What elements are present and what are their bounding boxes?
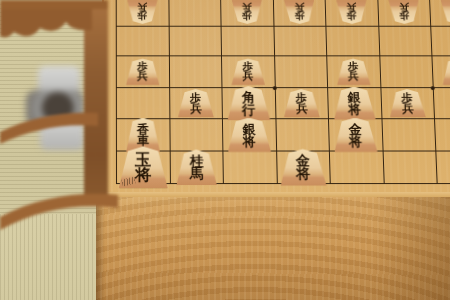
square-3h[interactable]	[435, 119, 450, 151]
sente-pawn[interactable]: 歩兵	[178, 89, 214, 117]
square-5i[interactable]	[330, 152, 384, 185]
piece-kanji: 歩兵	[137, 62, 148, 81]
square-7f[interactable]: 歩兵	[222, 56, 275, 88]
chair-rails	[0, 0, 120, 300]
gote-pawn[interactable]: 歩兵	[127, 0, 157, 24]
square-8g[interactable]: 歩兵	[170, 88, 223, 119]
piece-kanji: 歩兵	[399, 3, 409, 20]
king-maker-signature	[121, 177, 135, 187]
square-6f[interactable]	[275, 56, 328, 88]
square-6g[interactable]: 歩兵	[275, 88, 329, 119]
sente-pawn[interactable]: 歩兵	[283, 89, 319, 117]
square-3e[interactable]	[431, 27, 450, 57]
square-3f[interactable]: 歩兵	[432, 56, 450, 88]
piece-kanji: 銀将	[348, 92, 362, 115]
square-9f[interactable]: 歩兵	[117, 56, 170, 88]
gote-pawn[interactable]: 歩兵	[232, 0, 263, 24]
chair-frame	[0, 0, 120, 300]
sente-pawn[interactable]: 歩兵	[126, 59, 159, 85]
square-9g[interactable]	[117, 88, 170, 119]
square-5g[interactable]: 銀将	[328, 88, 382, 119]
piece-kanji: 歩兵	[347, 3, 357, 20]
sente-gold[interactable]: 金将	[280, 149, 327, 186]
square-8d[interactable]	[169, 0, 222, 27]
square-6h[interactable]	[276, 119, 330, 151]
sente-pawn[interactable]: 歩兵	[231, 59, 265, 85]
square-5h[interactable]: 金将	[329, 119, 383, 151]
square-4g[interactable]: 歩兵	[381, 88, 435, 119]
square-5d[interactable]: 歩兵	[325, 0, 378, 27]
board-grid: 歩兵歩兵歩兵歩兵歩兵歩兵歩兵歩兵歩兵歩兵歩兵角行歩兵銀将歩兵香車銀将金将玉将桂馬…	[116, 0, 450, 184]
piece-kanji: 金将	[348, 123, 362, 147]
square-8e[interactable]	[169, 27, 222, 57]
piece-kanji: 桂馬	[190, 155, 204, 180]
piece-kanji: 角行	[242, 91, 256, 115]
piece-kanji: 歩兵	[190, 93, 202, 114]
square-3i[interactable]	[436, 152, 450, 185]
sente-knight[interactable]: 桂馬	[176, 150, 217, 185]
piece-kanji: 銀将	[242, 123, 256, 147]
piece-kanji: 玉将	[135, 152, 151, 182]
piece-kanji: 歩兵	[401, 93, 413, 114]
sente-bishop[interactable]: 角行	[227, 86, 270, 120]
sente-gold[interactable]: 金将	[334, 118, 378, 152]
square-6e[interactable]	[274, 27, 327, 57]
piece-kanji: 歩兵	[243, 62, 254, 81]
piece-kanji: 香車	[137, 124, 149, 146]
sente-pawn[interactable]: 歩兵	[442, 59, 450, 85]
piece-kanji: 歩兵	[242, 3, 252, 20]
square-6d[interactable]: 歩兵	[273, 0, 326, 27]
gote-pawn[interactable]: 歩兵	[441, 0, 450, 24]
square-4i[interactable]	[383, 152, 438, 185]
square-3g[interactable]	[434, 88, 450, 119]
square-9i[interactable]: 玉将	[117, 152, 170, 185]
hoshi-dot	[431, 86, 435, 90]
square-7g[interactable]: 角行	[222, 88, 275, 119]
square-8h[interactable]	[170, 119, 223, 151]
square-3d[interactable]: 歩兵	[430, 0, 450, 27]
board-front-face	[96, 186, 450, 300]
square-7h[interactable]: 銀将	[223, 119, 277, 151]
sente-pawn[interactable]: 歩兵	[389, 89, 426, 117]
square-5f[interactable]: 歩兵	[327, 56, 381, 88]
piece-kanji: 歩兵	[138, 3, 148, 20]
square-9e[interactable]	[117, 27, 170, 57]
square-5e[interactable]	[326, 27, 379, 57]
gote-pawn[interactable]: 歩兵	[284, 0, 315, 24]
piece-kanji: 歩兵	[296, 93, 308, 114]
sente-pawn[interactable]: 歩兵	[336, 59, 370, 85]
square-7d[interactable]: 歩兵	[221, 0, 274, 27]
square-4f[interactable]	[380, 56, 434, 88]
square-6i[interactable]: 金将	[277, 152, 331, 185]
piece-kanji: 金将	[296, 154, 311, 180]
square-4e[interactable]	[379, 27, 433, 57]
sente-king[interactable]: 玉将	[119, 146, 168, 188]
square-7e[interactable]	[222, 27, 275, 57]
shogi-board: 歩兵歩兵歩兵歩兵歩兵歩兵歩兵歩兵歩兵歩兵歩兵角行歩兵銀将歩兵香車銀将金将玉将桂馬…	[104, 0, 450, 192]
sente-silver[interactable]: 銀将	[333, 87, 376, 120]
piece-kanji: 歩兵	[348, 62, 359, 81]
square-8f[interactable]	[169, 56, 222, 88]
gote-pawn[interactable]: 歩兵	[388, 0, 419, 24]
square-4h[interactable]	[382, 119, 436, 151]
square-8i[interactable]: 桂馬	[170, 152, 224, 185]
square-4d[interactable]: 歩兵	[378, 0, 432, 27]
sente-silver[interactable]: 銀将	[227, 118, 271, 152]
gote-pawn[interactable]: 歩兵	[336, 0, 367, 24]
piece-kanji: 歩兵	[294, 3, 304, 20]
hoshi-dot	[272, 86, 276, 90]
square-9d[interactable]: 歩兵	[117, 0, 169, 27]
square-7i[interactable]	[223, 152, 277, 185]
